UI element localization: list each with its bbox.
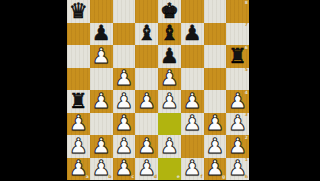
square-g8[interactable] bbox=[204, 0, 227, 23]
square-f8[interactable] bbox=[181, 0, 204, 23]
piece-white-pawn[interactable]: ♟ bbox=[205, 158, 224, 179]
piece-white-pawn[interactable]: ♟ bbox=[114, 135, 133, 156]
coordinate-rank-8: 8 bbox=[245, 1, 248, 6]
piece-white-pawn[interactable]: ♟ bbox=[183, 90, 202, 111]
square-e3[interactable] bbox=[158, 113, 181, 136]
square-b2[interactable]: ♟ bbox=[90, 135, 113, 158]
left-letterbox-bar bbox=[0, 0, 67, 180]
square-b5[interactable] bbox=[90, 68, 113, 91]
square-b3[interactable] bbox=[90, 113, 113, 136]
square-e5[interactable]: ♟ bbox=[158, 68, 181, 91]
piece-white-pawn[interactable]: ♟ bbox=[228, 90, 247, 111]
square-f4[interactable]: ♟ bbox=[181, 90, 204, 113]
square-f6[interactable] bbox=[181, 45, 204, 68]
square-c8[interactable] bbox=[113, 0, 136, 23]
square-b8[interactable] bbox=[90, 0, 113, 23]
piece-black-pawn[interactable]: ♟ bbox=[160, 45, 179, 66]
square-c5[interactable]: ♟ bbox=[113, 68, 136, 91]
piece-white-pawn[interactable]: ♟ bbox=[160, 68, 179, 89]
square-g4[interactable] bbox=[204, 90, 227, 113]
coordinate-file-e: e bbox=[177, 175, 180, 180]
square-b4[interactable]: ♟ bbox=[90, 90, 113, 113]
square-d2[interactable]: ♟ bbox=[135, 135, 158, 158]
piece-black-king[interactable]: ♚ bbox=[160, 0, 179, 21]
square-b1[interactable]: ♟b bbox=[90, 158, 113, 181]
piece-white-pawn[interactable]: ♟ bbox=[69, 113, 88, 134]
square-f3[interactable]: ♟ bbox=[181, 113, 204, 136]
piece-white-pawn[interactable]: ♟ bbox=[92, 90, 111, 111]
piece-white-pawn[interactable]: ♟ bbox=[160, 135, 179, 156]
square-c2[interactable]: ♟ bbox=[113, 135, 136, 158]
square-f1[interactable]: ♟f bbox=[181, 158, 204, 181]
square-h6[interactable]: ♜6 bbox=[226, 45, 249, 68]
square-e6[interactable]: ♟ bbox=[158, 45, 181, 68]
piece-white-pawn[interactable]: ♟ bbox=[137, 90, 156, 111]
square-d7[interactable]: ♝ bbox=[135, 23, 158, 46]
piece-white-pawn[interactable]: ♟ bbox=[92, 158, 111, 179]
square-h1[interactable]: ♟1h bbox=[226, 158, 249, 181]
square-e4[interactable]: ♟ bbox=[158, 90, 181, 113]
square-f2[interactable] bbox=[181, 135, 204, 158]
square-c3[interactable]: ♟ bbox=[113, 113, 136, 136]
piece-white-pawn[interactable]: ♟ bbox=[183, 158, 202, 179]
square-f7[interactable]: ♟ bbox=[181, 23, 204, 46]
square-h8[interactable]: 8 bbox=[226, 0, 249, 23]
chess-board[interactable]: ♛♚8♟♝♝♟7♟♟♜6♟♟5♜♟♟♟♟♟♟4♟♟♟♟♟3♟♟♟♟♟♟♟2♟a♟… bbox=[67, 0, 249, 180]
piece-white-pawn[interactable]: ♟ bbox=[205, 135, 224, 156]
square-d6[interactable] bbox=[135, 45, 158, 68]
square-e1[interactable]: e bbox=[158, 158, 181, 181]
square-g1[interactable]: ♟g bbox=[204, 158, 227, 181]
piece-white-pawn[interactable]: ♟ bbox=[183, 113, 202, 134]
piece-white-pawn[interactable]: ♟ bbox=[137, 158, 156, 179]
square-e7[interactable]: ♝ bbox=[158, 23, 181, 46]
square-h7[interactable]: 7 bbox=[226, 23, 249, 46]
piece-white-pawn[interactable]: ♟ bbox=[160, 90, 179, 111]
square-c6[interactable] bbox=[113, 45, 136, 68]
square-f5[interactable] bbox=[181, 68, 204, 91]
square-d4[interactable]: ♟ bbox=[135, 90, 158, 113]
square-a2[interactable]: ♟ bbox=[67, 135, 90, 158]
piece-black-rook[interactable]: ♜ bbox=[69, 90, 88, 111]
square-d1[interactable]: ♟d bbox=[135, 158, 158, 181]
square-a8[interactable]: ♛ bbox=[67, 0, 90, 23]
square-a7[interactable] bbox=[67, 23, 90, 46]
piece-white-pawn[interactable]: ♟ bbox=[92, 135, 111, 156]
square-g7[interactable] bbox=[204, 23, 227, 46]
square-a4[interactable]: ♜ bbox=[67, 90, 90, 113]
square-g5[interactable] bbox=[204, 68, 227, 91]
piece-black-pawn[interactable]: ♟ bbox=[92, 23, 111, 44]
piece-black-bishop[interactable]: ♝ bbox=[160, 23, 179, 44]
square-g6[interactable] bbox=[204, 45, 227, 68]
square-d5[interactable] bbox=[135, 68, 158, 91]
square-a1[interactable]: ♟a bbox=[67, 158, 90, 181]
square-g2[interactable]: ♟ bbox=[204, 135, 227, 158]
square-b6[interactable]: ♟ bbox=[90, 45, 113, 68]
piece-white-pawn[interactable]: ♟ bbox=[114, 113, 133, 134]
square-d8[interactable] bbox=[135, 0, 158, 23]
square-e8[interactable]: ♚ bbox=[158, 0, 181, 23]
square-h2[interactable]: ♟2 bbox=[226, 135, 249, 158]
square-a3[interactable]: ♟ bbox=[67, 113, 90, 136]
piece-white-pawn[interactable]: ♟ bbox=[114, 158, 133, 179]
piece-white-pawn[interactable]: ♟ bbox=[114, 68, 133, 89]
square-g3[interactable]: ♟ bbox=[204, 113, 227, 136]
square-e2[interactable]: ♟ bbox=[158, 135, 181, 158]
piece-black-pawn[interactable]: ♟ bbox=[183, 23, 202, 44]
square-c7[interactable] bbox=[113, 23, 136, 46]
square-c4[interactable]: ♟ bbox=[113, 90, 136, 113]
video-frame: ♛♚8♟♝♝♟7♟♟♜6♟♟5♜♟♟♟♟♟♟4♟♟♟♟♟3♟♟♟♟♟♟♟2♟a♟… bbox=[0, 0, 320, 180]
piece-white-pawn[interactable]: ♟ bbox=[92, 45, 111, 66]
square-h5[interactable]: 5 bbox=[226, 68, 249, 91]
piece-white-pawn[interactable]: ♟ bbox=[228, 135, 247, 156]
square-b7[interactable]: ♟ bbox=[90, 23, 113, 46]
piece-black-bishop[interactable]: ♝ bbox=[137, 23, 156, 44]
coordinate-rank-5: 5 bbox=[245, 68, 248, 73]
piece-white-pawn[interactable]: ♟ bbox=[137, 135, 156, 156]
piece-white-pawn[interactable]: ♟ bbox=[114, 90, 133, 111]
square-a5[interactable] bbox=[67, 68, 90, 91]
piece-white-pawn[interactable]: ♟ bbox=[205, 113, 224, 134]
square-h4[interactable]: ♟4 bbox=[226, 90, 249, 113]
piece-white-pawn[interactable]: ♟ bbox=[69, 135, 88, 156]
coordinate-rank-7: 7 bbox=[245, 23, 248, 28]
square-a6[interactable] bbox=[67, 45, 90, 68]
square-h3[interactable]: ♟3 bbox=[226, 113, 249, 136]
piece-black-queen[interactable]: ♛ bbox=[69, 0, 88, 21]
square-c1[interactable]: ♟c bbox=[113, 158, 136, 181]
piece-white-pawn[interactable]: ♟ bbox=[228, 158, 247, 179]
piece-black-rook[interactable]: ♜ bbox=[228, 45, 247, 66]
piece-white-pawn[interactable]: ♟ bbox=[228, 113, 247, 134]
right-letterbox-bar bbox=[249, 0, 320, 180]
square-d3[interactable] bbox=[135, 113, 158, 136]
piece-white-pawn[interactable]: ♟ bbox=[69, 158, 88, 179]
